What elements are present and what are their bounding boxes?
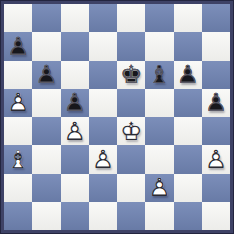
square-h5[interactable]: ♟♙ [202,89,230,117]
square-b8[interactable] [32,4,60,32]
square-c1[interactable] [61,202,89,230]
square-f5[interactable] [145,89,173,117]
square-g7[interactable] [174,32,202,60]
white-pawn-fill-glyph: ♟ [4,89,32,117]
white-pawn-fill-glyph: ♟ [89,145,117,173]
square-d2[interactable] [89,174,117,202]
square-d8[interactable] [89,4,117,32]
square-e6[interactable]: ♚♔ [117,61,145,89]
piece-white-pawn[interactable]: ♟♙ [89,145,117,173]
square-d5[interactable] [89,89,117,117]
piece-white-pawn[interactable]: ♟♙ [4,89,32,117]
square-g4[interactable] [174,117,202,145]
square-g1[interactable] [174,202,202,230]
white-pawn-fill-glyph: ♟ [202,145,230,173]
piece-black-bishop[interactable]: ♝♗ [145,61,173,89]
white-pawn-outline-glyph: ♙ [202,145,230,173]
black-pawn-outline-glyph: ♙ [174,61,202,89]
square-a3[interactable]: ♝♗ [4,145,32,173]
piece-black-pawn[interactable]: ♟♙ [4,32,32,60]
square-c8[interactable] [61,4,89,32]
square-c3[interactable] [61,145,89,173]
square-f7[interactable] [145,32,173,60]
black-pawn-fill-glyph: ♟ [174,61,202,89]
black-pawn-outline-glyph: ♙ [4,32,32,60]
piece-black-pawn[interactable]: ♟♙ [202,89,230,117]
square-c6[interactable] [61,61,89,89]
piece-black-pawn[interactable]: ♟♙ [174,61,202,89]
square-g6[interactable]: ♟♙ [174,61,202,89]
square-e3[interactable] [117,145,145,173]
piece-white-bishop[interactable]: ♝♗ [4,145,32,173]
square-d6[interactable] [89,61,117,89]
square-d1[interactable] [89,202,117,230]
black-pawn-outline-glyph: ♙ [32,61,60,89]
piece-black-king[interactable]: ♚♔ [117,61,145,89]
white-pawn-fill-glyph: ♟ [61,117,89,145]
square-f8[interactable] [145,4,173,32]
square-f1[interactable] [145,202,173,230]
white-pawn-fill-glyph: ♟ [145,174,173,202]
chess-board: ♟♙♟♙♚♔♝♗♟♙♟♙♟♙♟♙♟♙♚♔♝♗♟♙♟♙♟♙ [0,0,234,234]
black-pawn-outline-glyph: ♙ [61,89,89,117]
square-g2[interactable] [174,174,202,202]
black-pawn-fill-glyph: ♟ [32,61,60,89]
chess-board-grid: ♟♙♟♙♚♔♝♗♟♙♟♙♟♙♟♙♟♙♚♔♝♗♟♙♟♙♟♙ [4,4,230,230]
square-a8[interactable] [4,4,32,32]
square-b6[interactable]: ♟♙ [32,61,60,89]
square-h7[interactable] [202,32,230,60]
square-f4[interactable] [145,117,173,145]
square-g3[interactable] [174,145,202,173]
square-a2[interactable] [4,174,32,202]
piece-black-pawn[interactable]: ♟♙ [61,89,89,117]
white-king-fill-glyph: ♚ [117,117,145,145]
white-king-outline-glyph: ♔ [117,117,145,145]
black-pawn-fill-glyph: ♟ [202,89,230,117]
black-pawn-fill-glyph: ♟ [4,32,32,60]
square-g8[interactable] [174,4,202,32]
piece-white-pawn[interactable]: ♟♙ [61,117,89,145]
square-h2[interactable] [202,174,230,202]
square-a5[interactable]: ♟♙ [4,89,32,117]
square-d7[interactable] [89,32,117,60]
square-h1[interactable] [202,202,230,230]
square-e4[interactable]: ♚♔ [117,117,145,145]
white-pawn-outline-glyph: ♙ [145,174,173,202]
white-pawn-outline-glyph: ♙ [89,145,117,173]
square-e7[interactable] [117,32,145,60]
white-bishop-outline-glyph: ♗ [4,145,32,173]
square-b3[interactable] [32,145,60,173]
square-e2[interactable] [117,174,145,202]
square-b2[interactable] [32,174,60,202]
square-f2[interactable]: ♟♙ [145,174,173,202]
square-e5[interactable] [117,89,145,117]
square-c5[interactable]: ♟♙ [61,89,89,117]
square-h8[interactable] [202,4,230,32]
white-pawn-outline-glyph: ♙ [61,117,89,145]
square-e1[interactable] [117,202,145,230]
square-d4[interactable] [89,117,117,145]
square-h4[interactable] [202,117,230,145]
white-pawn-outline-glyph: ♙ [4,89,32,117]
square-a1[interactable] [4,202,32,230]
square-a4[interactable] [4,117,32,145]
black-king-fill-glyph: ♚ [117,61,145,89]
black-pawn-fill-glyph: ♟ [61,89,89,117]
square-b1[interactable] [32,202,60,230]
square-g5[interactable] [174,89,202,117]
black-king-outline-glyph: ♔ [117,61,145,89]
square-b7[interactable] [32,32,60,60]
square-c7[interactable] [61,32,89,60]
black-pawn-outline-glyph: ♙ [202,89,230,117]
black-bishop-fill-glyph: ♝ [145,61,173,89]
piece-black-pawn[interactable]: ♟♙ [32,61,60,89]
piece-white-king[interactable]: ♚♔ [117,117,145,145]
square-c4[interactable]: ♟♙ [61,117,89,145]
square-h3[interactable]: ♟♙ [202,145,230,173]
square-a7[interactable]: ♟♙ [4,32,32,60]
square-h6[interactable] [202,61,230,89]
square-d3[interactable]: ♟♙ [89,145,117,173]
square-a6[interactable] [4,61,32,89]
black-bishop-outline-glyph: ♗ [145,61,173,89]
square-f6[interactable]: ♝♗ [145,61,173,89]
piece-white-pawn[interactable]: ♟♙ [202,145,230,173]
square-b5[interactable] [32,89,60,117]
square-c2[interactable] [61,174,89,202]
piece-white-pawn[interactable]: ♟♙ [145,174,173,202]
square-f3[interactable] [145,145,173,173]
square-b4[interactable] [32,117,60,145]
square-e8[interactable] [117,4,145,32]
white-bishop-fill-glyph: ♝ [4,145,32,173]
